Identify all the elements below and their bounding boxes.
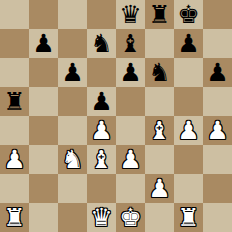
- piece-white-bishop[interactable]: ♝: [90, 145, 112, 174]
- square-h1[interactable]: [203, 203, 232, 232]
- square-c1[interactable]: [58, 203, 87, 232]
- piece-black-bishop[interactable]: ♝: [119, 29, 141, 58]
- square-c8[interactable]: [58, 0, 87, 29]
- piece-white-knight[interactable]: ♞: [61, 145, 83, 174]
- square-f6[interactable]: ♞: [145, 58, 174, 87]
- piece-white-pawn[interactable]: ♟: [177, 116, 199, 145]
- square-e8[interactable]: ♛: [116, 0, 145, 29]
- piece-white-pawn[interactable]: ♟: [206, 116, 228, 145]
- square-h4[interactable]: ♟: [203, 116, 232, 145]
- square-a1[interactable]: ♜: [0, 203, 29, 232]
- square-g4[interactable]: ♟: [174, 116, 203, 145]
- square-e7[interactable]: ♝: [116, 29, 145, 58]
- piece-white-pawn[interactable]: ♟: [119, 145, 141, 174]
- square-e6[interactable]: ♟: [116, 58, 145, 87]
- square-d6[interactable]: [87, 58, 116, 87]
- piece-black-king[interactable]: ♚: [177, 0, 199, 29]
- square-d5[interactable]: ♟: [87, 87, 116, 116]
- square-d1[interactable]: ♛: [87, 203, 116, 232]
- square-e5[interactable]: [116, 87, 145, 116]
- square-a3[interactable]: ♟: [0, 145, 29, 174]
- piece-white-rook[interactable]: ♜: [3, 203, 25, 232]
- square-b7[interactable]: ♟: [29, 29, 58, 58]
- square-g6[interactable]: [174, 58, 203, 87]
- piece-white-pawn[interactable]: ♟: [90, 116, 112, 145]
- square-c2[interactable]: [58, 174, 87, 203]
- square-g5[interactable]: [174, 87, 203, 116]
- piece-black-rook[interactable]: ♜: [148, 0, 170, 29]
- piece-white-pawn[interactable]: ♟: [148, 174, 170, 203]
- piece-black-pawn[interactable]: ♟: [90, 87, 112, 116]
- piece-white-pawn[interactable]: ♟: [3, 145, 25, 174]
- square-f3[interactable]: [145, 145, 174, 174]
- square-e1[interactable]: ♚: [116, 203, 145, 232]
- piece-black-pawn[interactable]: ♟: [32, 29, 54, 58]
- square-c4[interactable]: [58, 116, 87, 145]
- piece-black-pawn[interactable]: ♟: [206, 58, 228, 87]
- square-h2[interactable]: [203, 174, 232, 203]
- square-d8[interactable]: [87, 0, 116, 29]
- piece-white-rook[interactable]: ♜: [177, 203, 199, 232]
- square-h7[interactable]: [203, 29, 232, 58]
- square-f8[interactable]: ♜: [145, 0, 174, 29]
- square-d2[interactable]: [87, 174, 116, 203]
- square-a4[interactable]: [0, 116, 29, 145]
- square-g7[interactable]: ♟: [174, 29, 203, 58]
- square-b4[interactable]: [29, 116, 58, 145]
- square-b5[interactable]: [29, 87, 58, 116]
- square-g2[interactable]: [174, 174, 203, 203]
- square-d7[interactable]: ♞: [87, 29, 116, 58]
- piece-white-queen[interactable]: ♛: [90, 203, 112, 232]
- square-a5[interactable]: ♜: [0, 87, 29, 116]
- piece-black-knight[interactable]: ♞: [90, 29, 112, 58]
- square-h3[interactable]: [203, 145, 232, 174]
- square-g3[interactable]: [174, 145, 203, 174]
- piece-black-knight[interactable]: ♞: [148, 58, 170, 87]
- square-b3[interactable]: [29, 145, 58, 174]
- square-e3[interactable]: ♟: [116, 145, 145, 174]
- piece-white-king[interactable]: ♚: [119, 203, 141, 232]
- square-f2[interactable]: ♟: [145, 174, 174, 203]
- square-c6[interactable]: ♟: [58, 58, 87, 87]
- square-f7[interactable]: [145, 29, 174, 58]
- chess-board: ♛♜♚♟♞♝♟♟♟♞♟♜♟♟♝♟♟♟♞♝♟♟♜♛♚♜: [0, 0, 232, 232]
- square-c5[interactable]: [58, 87, 87, 116]
- piece-black-pawn[interactable]: ♟: [119, 58, 141, 87]
- piece-black-pawn[interactable]: ♟: [61, 58, 83, 87]
- square-d4[interactable]: ♟: [87, 116, 116, 145]
- piece-black-pawn[interactable]: ♟: [177, 29, 199, 58]
- square-a7[interactable]: [0, 29, 29, 58]
- square-e4[interactable]: [116, 116, 145, 145]
- square-h5[interactable]: [203, 87, 232, 116]
- square-f5[interactable]: [145, 87, 174, 116]
- square-e2[interactable]: [116, 174, 145, 203]
- piece-white-bishop[interactable]: ♝: [148, 116, 170, 145]
- square-c7[interactable]: [58, 29, 87, 58]
- square-b8[interactable]: [29, 0, 58, 29]
- square-a8[interactable]: [0, 0, 29, 29]
- square-b2[interactable]: [29, 174, 58, 203]
- square-b1[interactable]: [29, 203, 58, 232]
- square-c3[interactable]: ♞: [58, 145, 87, 174]
- square-a6[interactable]: [0, 58, 29, 87]
- square-f4[interactable]: ♝: [145, 116, 174, 145]
- piece-black-queen[interactable]: ♛: [119, 0, 141, 29]
- square-b6[interactable]: [29, 58, 58, 87]
- square-f1[interactable]: [145, 203, 174, 232]
- square-h6[interactable]: ♟: [203, 58, 232, 87]
- square-g8[interactable]: ♚: [174, 0, 203, 29]
- square-g1[interactable]: ♜: [174, 203, 203, 232]
- piece-black-rook[interactable]: ♜: [3, 87, 25, 116]
- square-d3[interactable]: ♝: [87, 145, 116, 174]
- square-h8[interactable]: [203, 0, 232, 29]
- square-a2[interactable]: [0, 174, 29, 203]
